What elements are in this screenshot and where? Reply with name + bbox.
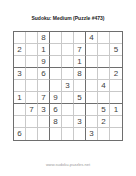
sudoku-cell-r5c1 bbox=[14, 80, 26, 92]
sudoku-cell-r4c5 bbox=[62, 68, 74, 80]
sudoku-cell-r6c1: 1 bbox=[14, 92, 26, 104]
puzzle-title: Sudoku: Medium (Puzzle #473) bbox=[0, 15, 136, 21]
sudoku-cell-r7c2: 7 bbox=[26, 104, 38, 116]
sudoku-cell-r7c3: 3 bbox=[38, 104, 50, 116]
sudoku-cell-r3c2 bbox=[26, 56, 38, 68]
sudoku-cell-r3c5 bbox=[62, 56, 74, 68]
sudoku-cell-r6c9 bbox=[110, 92, 122, 104]
sudoku-cell-r4c3: 6 bbox=[38, 68, 50, 80]
sudoku-cell-r8c7 bbox=[86, 116, 98, 128]
sudoku-cell-r9c6 bbox=[74, 128, 86, 140]
sudoku-cell-r7c8: 5 bbox=[98, 104, 110, 116]
sudoku-cell-r9c7: 3 bbox=[86, 128, 98, 140]
sudoku-cell-r3c1 bbox=[14, 56, 26, 68]
sudoku-cell-r5c4 bbox=[50, 80, 62, 92]
sudoku-cell-r8c2 bbox=[26, 116, 38, 128]
sudoku-cell-r4c9: 2 bbox=[110, 68, 122, 80]
sudoku-cell-r6c5 bbox=[62, 92, 74, 104]
sudoku-cell-r7c1 bbox=[14, 104, 26, 116]
sudoku-cell-r5c3 bbox=[38, 80, 50, 92]
sudoku-cell-r4c4 bbox=[50, 68, 62, 80]
sudoku-cell-r9c5 bbox=[62, 128, 74, 140]
sudoku-cell-r4c6: 8 bbox=[74, 68, 86, 80]
sudoku-cell-r1c4 bbox=[50, 32, 62, 44]
sudoku-cell-r3c9 bbox=[110, 56, 122, 68]
sudoku-cell-r7c6 bbox=[74, 104, 86, 116]
sudoku-cell-r7c4: 6 bbox=[50, 104, 62, 116]
sudoku-cell-r5c6 bbox=[74, 80, 86, 92]
sudoku-cell-r3c6: 1 bbox=[74, 56, 86, 68]
sudoku-cell-r9c8 bbox=[98, 128, 110, 140]
sudoku-cell-r3c4 bbox=[50, 56, 62, 68]
sudoku-cell-r5c7 bbox=[86, 80, 98, 92]
sudoku-cell-r7c7 bbox=[86, 104, 98, 116]
sudoku-cell-r2c1: 2 bbox=[14, 44, 26, 56]
sudoku-cell-r7c5 bbox=[62, 104, 74, 116]
sudoku-cell-r2c7 bbox=[86, 44, 98, 56]
sudoku-cell-r8c3 bbox=[38, 116, 50, 128]
sudoku-cell-r4c8 bbox=[98, 68, 110, 80]
footer-url: www.sudoku-puzzles.net bbox=[0, 162, 136, 167]
sudoku-cell-r8c9 bbox=[110, 116, 122, 128]
sudoku-cell-r9c2 bbox=[26, 128, 38, 140]
sudoku-cell-r4c1: 3 bbox=[14, 68, 26, 80]
sudoku-cell-r8c8: 2 bbox=[98, 116, 110, 128]
sudoku-cell-r6c3: 7 bbox=[38, 92, 50, 104]
sudoku-cell-r2c5 bbox=[62, 44, 74, 56]
sudoku-cell-r6c8 bbox=[98, 92, 110, 104]
sudoku-cell-r9c3 bbox=[38, 128, 50, 140]
sudoku-cell-r1c1 bbox=[14, 32, 26, 44]
sudoku-cell-r6c4: 9 bbox=[50, 92, 62, 104]
sudoku-cell-r8c4: 8 bbox=[50, 116, 62, 128]
sudoku-cell-r1c7: 4 bbox=[86, 32, 98, 44]
sudoku-cell-r1c2 bbox=[26, 32, 38, 44]
sudoku-cell-r3c7 bbox=[86, 56, 98, 68]
sudoku-cell-r3c3: 9 bbox=[38, 56, 50, 68]
sudoku-cell-r2c6: 7 bbox=[74, 44, 86, 56]
sudoku-cell-r8c6: 3 bbox=[74, 116, 86, 128]
sudoku-cell-r2c4 bbox=[50, 44, 62, 56]
sudoku-cell-r6c7 bbox=[86, 92, 98, 104]
sudoku-cell-r1c8 bbox=[98, 32, 110, 44]
sudoku-cell-r2c8 bbox=[98, 44, 110, 56]
sudoku-cell-r5c9 bbox=[110, 80, 122, 92]
sudoku-cell-r9c1: 6 bbox=[14, 128, 26, 140]
sudoku-cell-r1c5 bbox=[62, 32, 74, 44]
sudoku-cell-r8c1 bbox=[14, 116, 26, 128]
sudoku-cell-r1c6 bbox=[74, 32, 86, 44]
sudoku-cell-r1c9 bbox=[110, 32, 122, 44]
sudoku-cell-r9c4 bbox=[50, 128, 62, 140]
sudoku-cell-r4c7 bbox=[86, 68, 98, 80]
sudoku-cell-r5c8: 4 bbox=[98, 80, 110, 92]
sudoku-cell-r2c3: 1 bbox=[38, 44, 50, 56]
sudoku-board: 8421759136823417957365183263 bbox=[13, 31, 123, 141]
sudoku-cell-r6c6: 5 bbox=[74, 92, 86, 104]
sudoku-cell-r7c9: 1 bbox=[110, 104, 122, 116]
sudoku-cell-r9c9 bbox=[110, 128, 122, 140]
sudoku-cell-r6c2 bbox=[26, 92, 38, 104]
sudoku-cell-r2c2 bbox=[26, 44, 38, 56]
sudoku-cell-r1c3: 8 bbox=[38, 32, 50, 44]
sudoku-cell-r4c2 bbox=[26, 68, 38, 80]
sudoku-cell-r5c5: 3 bbox=[62, 80, 74, 92]
sudoku-cell-r8c5 bbox=[62, 116, 74, 128]
sudoku-cell-r3c8 bbox=[98, 56, 110, 68]
sudoku-cell-r5c2 bbox=[26, 80, 38, 92]
sudoku-cell-r2c9: 5 bbox=[110, 44, 122, 56]
